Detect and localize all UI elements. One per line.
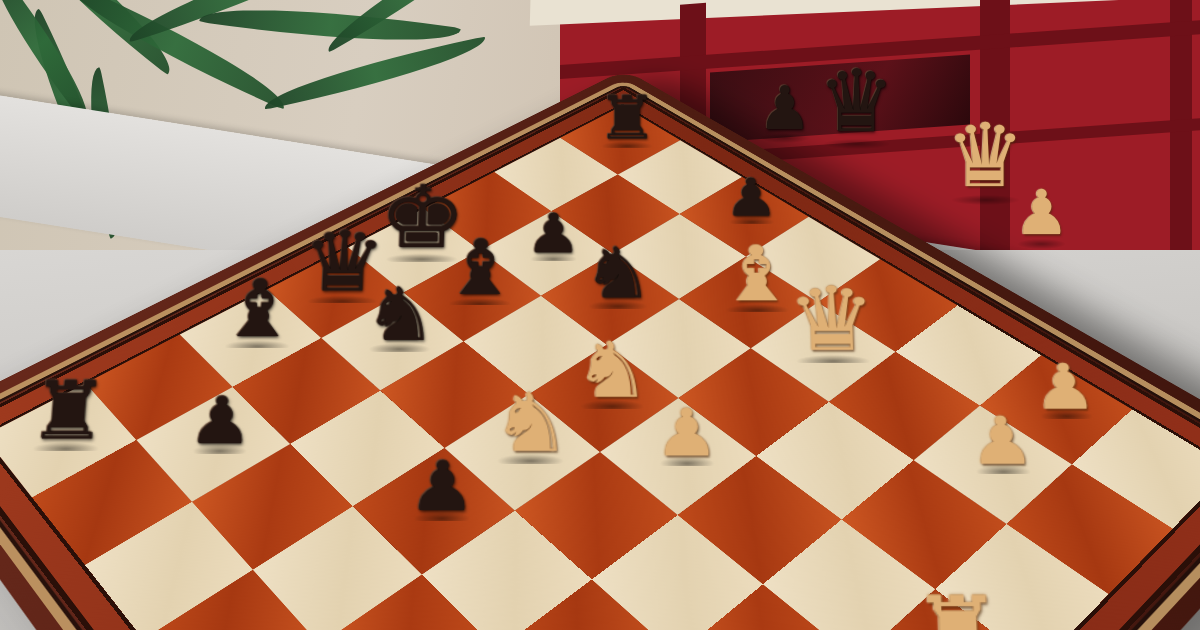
white-pawn-e4[interactable]: ♟ [654,400,719,466]
white-knight-e5[interactable]: ♞ [573,331,650,408]
piece-shadow [601,141,653,151]
white-knight-d5[interactable]: ♞ [490,382,571,463]
white-pawn-g2[interactable]: ♟ [967,408,1035,474]
black-pawn-h6[interactable]: ♟ [724,172,778,224]
piece-shadow [724,304,789,316]
piece-shadow [496,454,564,468]
offboard-black-pawn[interactable]: ♟ [758,78,812,138]
board-scene: ♜♝♛♚♜♟♞♝♟♞♟♟♞♞♝♟♛♟♟♟♟♚♜♜ [0,0,1200,630]
black-knight-d7[interactable]: ♞ [362,278,438,351]
black-bishop-e7[interactable]: ♝ [441,230,519,306]
piece-shadow [447,298,512,310]
piece-shadow [975,465,1031,479]
piece-shadow [795,355,870,367]
chess-photo-scene: { "game": "chess", "description": "Overh… [0,0,1200,630]
black-knight-f6[interactable]: ♞ [582,238,653,309]
black-rook-h8[interactable]: ♜ [596,88,658,148]
piece-shadow [1039,410,1092,423]
white-rook-e1[interactable]: ♜ [909,584,1006,630]
white-bishop-g5[interactable]: ♝ [717,236,795,313]
black-pawn-c5[interactable]: ♟ [407,452,476,521]
offboard-white-pawn[interactable]: ♟ [1014,182,1070,244]
white-pawn-h2[interactable]: ♟ [1031,356,1097,419]
offboard-black-queen[interactable]: ♛ [818,58,895,144]
black-pawn-b7[interactable]: ♟ [187,388,255,453]
black-rook-a8[interactable]: ♜ [25,371,110,451]
black-bishop-c8[interactable]: ♝ [217,269,300,348]
black-pawn-f7[interactable]: ♟ [525,207,581,261]
piece-shadow [368,343,430,355]
piece-shadow [192,444,247,458]
piece-shadow [579,400,644,413]
white-queen-g4[interactable]: ♛ [786,275,877,363]
piece-shadow [659,457,714,471]
